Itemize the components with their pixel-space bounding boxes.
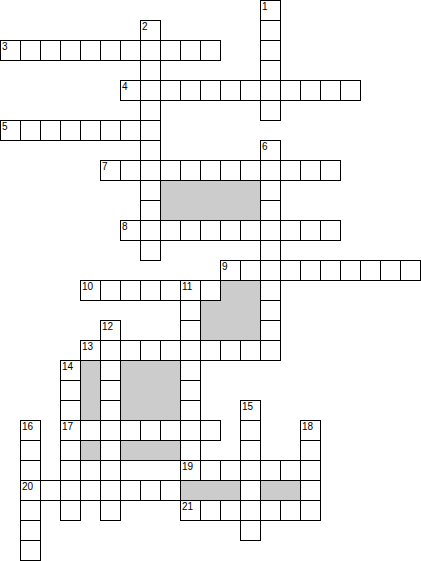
shaded-cell xyxy=(240,300,261,321)
answer-cell[interactable] xyxy=(300,480,321,501)
answer-cell[interactable] xyxy=(320,260,341,281)
answer-cell[interactable] xyxy=(280,260,301,281)
answer-cell[interactable] xyxy=(300,440,321,461)
answer-cell[interactable] xyxy=(80,420,101,441)
answer-cell[interactable] xyxy=(220,160,241,181)
answer-cell[interactable] xyxy=(140,420,161,441)
answer-cell[interactable] xyxy=(20,420,41,441)
answer-cell[interactable] xyxy=(180,280,201,301)
answer-cell[interactable] xyxy=(260,140,281,161)
answer-cell[interactable] xyxy=(220,220,241,241)
answer-cell[interactable] xyxy=(320,80,341,101)
answer-cell[interactable] xyxy=(100,380,121,401)
answer-cell[interactable] xyxy=(300,160,321,181)
answer-cell[interactable] xyxy=(220,340,241,361)
shaded-cell xyxy=(140,360,161,381)
shaded-cell xyxy=(220,180,241,201)
shaded-cell xyxy=(200,320,221,341)
shaded-cell xyxy=(200,300,221,321)
answer-cell[interactable] xyxy=(160,420,181,441)
shaded-cell xyxy=(160,380,181,401)
answer-cell[interactable] xyxy=(340,260,361,281)
shaded-cell xyxy=(240,200,261,221)
answer-cell[interactable] xyxy=(240,420,261,441)
shaded-cell xyxy=(200,200,221,221)
answer-cell[interactable] xyxy=(260,40,281,61)
answer-cell[interactable] xyxy=(240,80,261,101)
answer-cell[interactable] xyxy=(260,300,281,321)
answer-cell[interactable] xyxy=(80,340,101,361)
answer-cell[interactable] xyxy=(280,80,301,101)
answer-cell[interactable] xyxy=(300,420,321,441)
answer-cell[interactable] xyxy=(260,80,281,101)
answer-cell[interactable] xyxy=(280,160,301,181)
answer-cell[interactable] xyxy=(200,420,221,441)
answer-cell[interactable] xyxy=(100,280,121,301)
crossword-board: 123456789101112131415161718192021 xyxy=(0,0,421,561)
answer-cell[interactable] xyxy=(260,340,281,361)
answer-cell[interactable] xyxy=(60,440,81,461)
shaded-cell xyxy=(240,320,261,341)
answer-cell[interactable] xyxy=(0,40,21,61)
shaded-cell xyxy=(160,180,181,201)
shaded-cell xyxy=(140,440,161,461)
shaded-cell xyxy=(180,480,201,501)
answer-cell[interactable] xyxy=(40,120,61,141)
answer-cell[interactable] xyxy=(100,500,121,521)
answer-cell[interactable] xyxy=(140,120,161,141)
shaded-cell xyxy=(180,180,201,201)
answer-cell[interactable] xyxy=(20,520,41,541)
answer-cell[interactable] xyxy=(340,80,361,101)
shaded-cell xyxy=(80,360,101,381)
answer-cell[interactable] xyxy=(160,340,181,361)
answer-cell[interactable] xyxy=(160,40,181,61)
answer-cell[interactable] xyxy=(240,400,261,421)
answer-cell[interactable] xyxy=(140,80,161,101)
answer-cell[interactable] xyxy=(260,160,281,181)
answer-cell[interactable] xyxy=(200,280,221,301)
answer-cell[interactable] xyxy=(280,500,301,521)
answer-cell[interactable] xyxy=(180,500,201,521)
answer-cell[interactable] xyxy=(140,340,161,361)
answer-cell[interactable] xyxy=(180,460,201,481)
answer-cell[interactable] xyxy=(260,100,281,121)
answer-cell[interactable] xyxy=(180,300,201,321)
answer-cell[interactable] xyxy=(60,420,81,441)
shaded-cell xyxy=(120,400,141,421)
answer-cell[interactable] xyxy=(0,120,21,141)
answer-cell[interactable] xyxy=(120,480,141,501)
answer-cell[interactable] xyxy=(240,520,261,541)
answer-cell[interactable] xyxy=(380,260,401,281)
answer-cell[interactable] xyxy=(100,120,121,141)
answer-cell[interactable] xyxy=(140,40,161,61)
answer-cell[interactable] xyxy=(360,260,381,281)
answer-cell[interactable] xyxy=(60,40,81,61)
answer-cell[interactable] xyxy=(240,220,261,241)
answer-cell[interactable] xyxy=(260,260,281,281)
answer-cell[interactable] xyxy=(280,460,301,481)
answer-cell[interactable] xyxy=(20,480,41,501)
answer-cell[interactable] xyxy=(120,80,141,101)
shaded-cell xyxy=(160,360,181,381)
shaded-cell xyxy=(240,280,261,301)
answer-cell[interactable] xyxy=(40,40,61,61)
answer-cell[interactable] xyxy=(100,460,121,481)
shaded-cell xyxy=(220,200,241,221)
answer-cell[interactable] xyxy=(300,260,321,281)
answer-cell[interactable] xyxy=(400,260,421,281)
shaded-cell xyxy=(220,480,241,501)
answer-cell[interactable] xyxy=(20,40,41,61)
answer-cell[interactable] xyxy=(160,480,181,501)
answer-cell[interactable] xyxy=(300,220,321,241)
answer-cell[interactable] xyxy=(180,80,201,101)
answer-cell[interactable] xyxy=(300,80,321,101)
answer-cell[interactable] xyxy=(140,200,161,221)
answer-cell[interactable] xyxy=(180,40,201,61)
shaded-cell xyxy=(120,380,141,401)
answer-cell[interactable] xyxy=(260,280,281,301)
answer-cell[interactable] xyxy=(20,440,41,461)
answer-cell[interactable] xyxy=(260,320,281,341)
answer-cell[interactable] xyxy=(120,40,141,61)
answer-cell[interactable] xyxy=(40,480,61,501)
shaded-cell xyxy=(180,200,201,221)
answer-cell[interactable] xyxy=(60,500,81,521)
answer-cell[interactable] xyxy=(220,80,241,101)
answer-cell[interactable] xyxy=(200,340,221,361)
answer-cell[interactable] xyxy=(100,480,121,501)
answer-cell[interactable] xyxy=(260,240,281,261)
shaded-cell xyxy=(120,440,141,461)
answer-cell[interactable] xyxy=(60,400,81,421)
answer-cell[interactable] xyxy=(100,40,121,61)
answer-cell[interactable] xyxy=(280,220,301,241)
answer-cell[interactable] xyxy=(120,120,141,141)
shaded-cell xyxy=(140,380,161,401)
answer-cell[interactable] xyxy=(140,60,161,81)
answer-cell[interactable] xyxy=(20,540,41,561)
shaded-cell xyxy=(160,440,181,461)
shaded-cell xyxy=(260,480,281,501)
answer-cell[interactable] xyxy=(100,420,121,441)
answer-cell[interactable] xyxy=(220,460,241,481)
answer-cell[interactable] xyxy=(300,500,321,521)
shaded-cell xyxy=(140,400,161,421)
answer-cell[interactable] xyxy=(180,220,201,241)
answer-cell[interactable] xyxy=(20,500,41,521)
answer-cell[interactable] xyxy=(140,240,161,261)
answer-cell[interactable] xyxy=(200,80,221,101)
answer-cell[interactable] xyxy=(240,260,261,281)
answer-cell[interactable] xyxy=(200,220,221,241)
answer-cell[interactable] xyxy=(240,500,261,521)
answer-cell[interactable] xyxy=(240,440,261,461)
answer-cell[interactable] xyxy=(80,120,101,141)
answer-cell[interactable] xyxy=(200,500,221,521)
answer-cell[interactable] xyxy=(140,20,161,41)
answer-cell[interactable] xyxy=(260,180,281,201)
answer-cell[interactable] xyxy=(60,480,81,501)
shaded-cell xyxy=(240,180,261,201)
answer-cell[interactable] xyxy=(140,180,161,201)
shaded-cell xyxy=(160,400,181,421)
answer-cell[interactable] xyxy=(180,160,201,181)
answer-cell[interactable] xyxy=(160,160,181,181)
answer-cell[interactable] xyxy=(120,340,141,361)
answer-cell[interactable] xyxy=(260,60,281,81)
answer-cell[interactable] xyxy=(260,200,281,221)
answer-cell[interactable] xyxy=(80,280,101,301)
answer-cell[interactable] xyxy=(260,0,281,21)
shaded-cell xyxy=(80,380,101,401)
answer-cell[interactable] xyxy=(140,140,161,161)
answer-cell[interactable] xyxy=(60,360,81,381)
shaded-cell xyxy=(220,280,241,301)
answer-cell[interactable] xyxy=(240,480,261,501)
answer-cell[interactable] xyxy=(240,160,261,181)
answer-cell[interactable] xyxy=(260,20,281,41)
answer-cell[interactable] xyxy=(220,500,241,521)
answer-cell[interactable] xyxy=(160,220,181,241)
answer-cell[interactable] xyxy=(180,320,201,341)
answer-cell[interactable] xyxy=(60,460,81,481)
answer-cell[interactable] xyxy=(140,280,161,301)
answer-cell[interactable] xyxy=(200,40,221,61)
answer-cell[interactable] xyxy=(100,320,121,341)
answer-cell[interactable] xyxy=(160,280,181,301)
answer-cell[interactable] xyxy=(120,160,141,181)
answer-cell[interactable] xyxy=(20,120,41,141)
answer-cell[interactable] xyxy=(80,480,101,501)
answer-cell[interactable] xyxy=(240,460,261,481)
answer-cell[interactable] xyxy=(20,460,41,481)
answer-cell[interactable] xyxy=(120,420,141,441)
answer-cell[interactable] xyxy=(200,460,221,481)
answer-cell[interactable] xyxy=(140,160,161,181)
answer-cell[interactable] xyxy=(60,380,81,401)
answer-cell[interactable] xyxy=(300,460,321,481)
answer-cell[interactable] xyxy=(220,260,241,281)
shaded-cell xyxy=(220,300,241,321)
answer-cell[interactable] xyxy=(60,120,81,141)
answer-cell[interactable] xyxy=(260,460,281,481)
answer-cell[interactable] xyxy=(100,400,121,421)
answer-cell[interactable] xyxy=(180,360,201,381)
shaded-cell xyxy=(80,400,101,421)
answer-cell[interactable] xyxy=(100,160,121,181)
shaded-cell xyxy=(220,320,241,341)
answer-cell[interactable] xyxy=(180,440,201,461)
answer-cell[interactable] xyxy=(260,500,281,521)
answer-cell[interactable] xyxy=(180,380,201,401)
answer-cell[interactable] xyxy=(120,280,141,301)
answer-cell[interactable] xyxy=(100,440,121,461)
answer-cell[interactable] xyxy=(200,160,221,181)
answer-cell[interactable] xyxy=(180,400,201,421)
answer-cell[interactable] xyxy=(140,480,161,501)
answer-cell[interactable] xyxy=(180,340,201,361)
answer-cell[interactable] xyxy=(320,160,341,181)
answer-cell[interactable] xyxy=(80,40,101,61)
shaded-cell xyxy=(280,480,301,501)
answer-cell[interactable] xyxy=(140,220,161,241)
answer-cell[interactable] xyxy=(180,420,201,441)
answer-cell[interactable] xyxy=(160,80,181,101)
shaded-cell xyxy=(160,200,181,221)
answer-cell[interactable] xyxy=(100,340,121,361)
shaded-cell xyxy=(80,440,101,461)
shaded-cell xyxy=(200,180,221,201)
answer-cell[interactable] xyxy=(120,220,141,241)
shaded-cell xyxy=(200,480,221,501)
shaded-cell xyxy=(120,360,141,381)
answer-cell[interactable] xyxy=(140,100,161,121)
answer-cell[interactable] xyxy=(100,360,121,381)
answer-cell[interactable] xyxy=(320,220,341,241)
answer-cell[interactable] xyxy=(240,340,261,361)
answer-cell[interactable] xyxy=(260,220,281,241)
